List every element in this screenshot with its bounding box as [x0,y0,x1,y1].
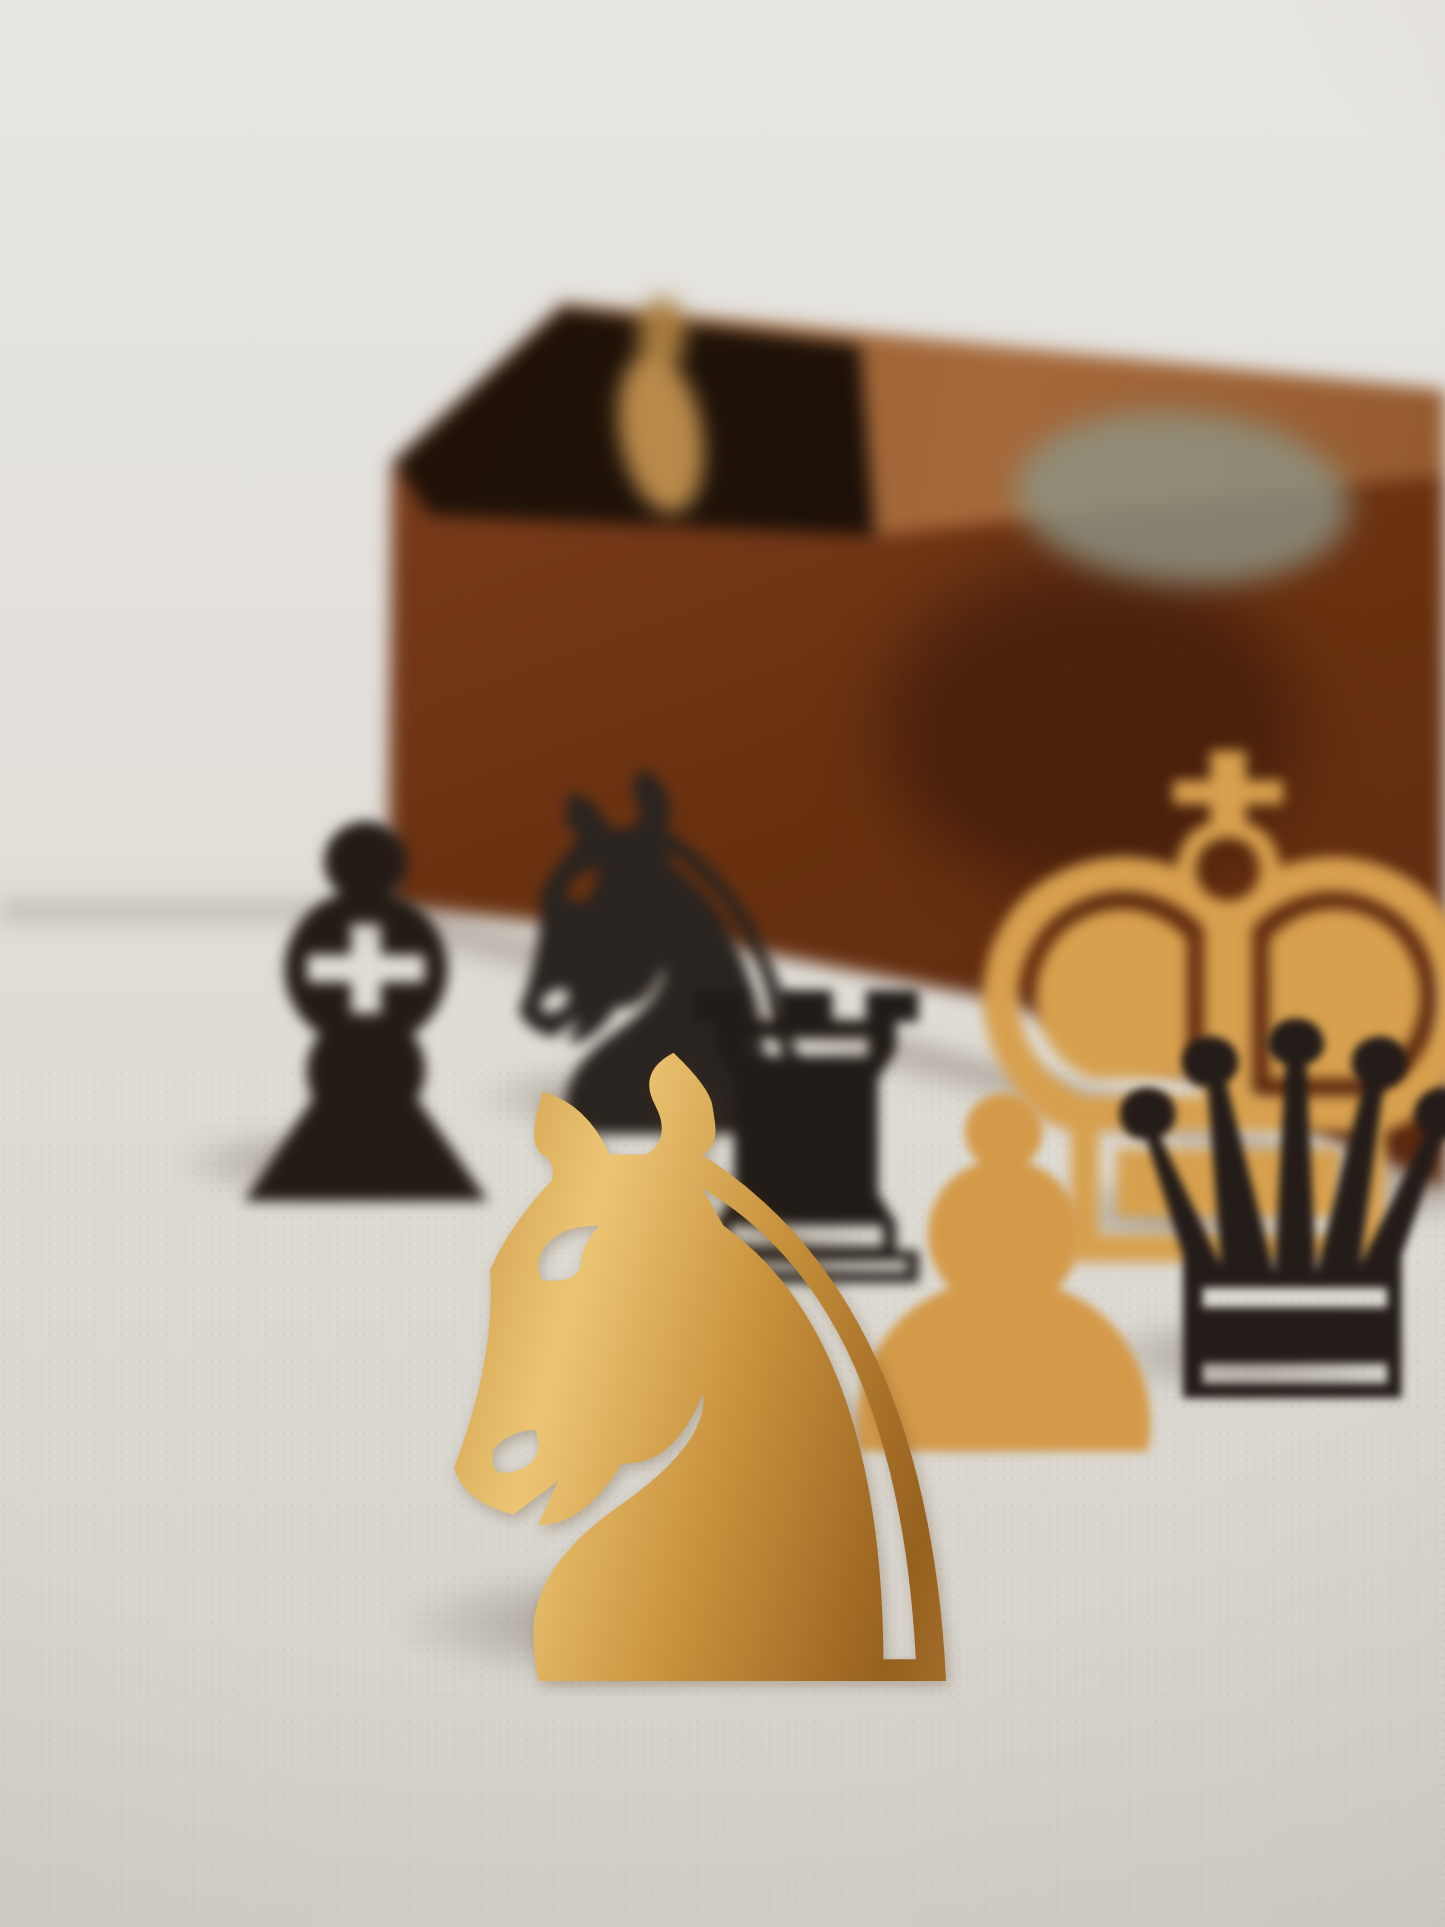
chess-still-life-photo: ♝♞♜♟♚♛♞ [0,0,1445,1927]
white-knight-foreground: ♞ [270,954,1130,1814]
